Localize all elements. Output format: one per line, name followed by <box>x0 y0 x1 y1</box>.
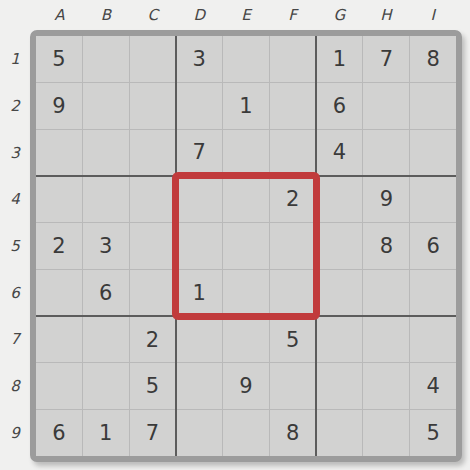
cell-E8[interactable]: 9 <box>223 363 269 409</box>
cell-G5[interactable] <box>317 223 363 269</box>
cell-B1[interactable] <box>83 36 129 82</box>
cell-D7[interactable] <box>176 317 222 363</box>
cell-E5[interactable] <box>223 223 269 269</box>
cell-D4[interactable] <box>176 176 222 222</box>
cell-H4[interactable]: 9 <box>363 176 409 222</box>
cell-H2[interactable] <box>363 83 409 129</box>
cell-A8[interactable] <box>36 363 82 409</box>
cell-G7[interactable] <box>317 317 363 363</box>
cell-H8[interactable] <box>363 363 409 409</box>
cell-C5[interactable] <box>130 223 176 269</box>
row-label-1: 1 <box>0 36 30 83</box>
cell-A5[interactable]: 2 <box>36 223 82 269</box>
sudoku-page: ABCDEFGHI 123456789 53178916742923866125… <box>0 0 470 470</box>
cell-C8[interactable]: 5 <box>130 363 176 409</box>
cell-G8[interactable] <box>317 363 363 409</box>
cell-F5[interactable] <box>270 223 316 269</box>
cell-E1[interactable] <box>223 36 269 82</box>
cell-A4[interactable] <box>36 176 82 222</box>
cell-F2[interactable] <box>270 83 316 129</box>
cell-D6[interactable]: 1 <box>176 270 222 316</box>
cell-G1[interactable]: 1 <box>317 36 363 82</box>
row-label-8: 8 <box>0 363 30 410</box>
cell-E7[interactable] <box>223 317 269 363</box>
col-label-F: F <box>269 0 316 30</box>
cell-I9[interactable]: 5 <box>410 410 456 456</box>
cell-F7[interactable]: 5 <box>270 317 316 363</box>
cell-G9[interactable] <box>317 410 363 456</box>
cell-D3[interactable]: 7 <box>176 130 222 176</box>
cell-B6[interactable]: 6 <box>83 270 129 316</box>
cell-H7[interactable] <box>363 317 409 363</box>
col-label-A: A <box>36 0 83 30</box>
cell-grid: 5317891674292386612559461785 <box>36 36 456 456</box>
cell-F3[interactable] <box>270 130 316 176</box>
cell-I7[interactable] <box>410 317 456 363</box>
row-label-3: 3 <box>0 129 30 176</box>
cell-F6[interactable] <box>270 270 316 316</box>
cell-I4[interactable] <box>410 176 456 222</box>
cell-A2[interactable]: 9 <box>36 83 82 129</box>
row-label-4: 4 <box>0 176 30 223</box>
cell-I5[interactable]: 6 <box>410 223 456 269</box>
cell-H6[interactable] <box>363 270 409 316</box>
cell-B5[interactable]: 3 <box>83 223 129 269</box>
cell-E4[interactable] <box>223 176 269 222</box>
col-label-H: H <box>363 0 410 30</box>
cell-D9[interactable] <box>176 410 222 456</box>
cell-A6[interactable] <box>36 270 82 316</box>
cell-I2[interactable] <box>410 83 456 129</box>
cell-C1[interactable] <box>130 36 176 82</box>
cell-C6[interactable] <box>130 270 176 316</box>
cell-A7[interactable] <box>36 317 82 363</box>
cell-H9[interactable] <box>363 410 409 456</box>
cell-E3[interactable] <box>223 130 269 176</box>
cell-G6[interactable] <box>317 270 363 316</box>
cell-A3[interactable] <box>36 130 82 176</box>
row-label-9: 9 <box>0 409 30 456</box>
cell-G4[interactable] <box>317 176 363 222</box>
cell-I6[interactable] <box>410 270 456 316</box>
cell-I3[interactable] <box>410 130 456 176</box>
column-labels: ABCDEFGHI <box>36 0 456 30</box>
cell-H1[interactable]: 7 <box>363 36 409 82</box>
col-label-D: D <box>176 0 223 30</box>
cell-B8[interactable] <box>83 363 129 409</box>
cell-C3[interactable] <box>130 130 176 176</box>
cell-B2[interactable] <box>83 83 129 129</box>
cell-E2[interactable]: 1 <box>223 83 269 129</box>
cell-A9[interactable]: 6 <box>36 410 82 456</box>
cell-I1[interactable]: 8 <box>410 36 456 82</box>
cell-C2[interactable] <box>130 83 176 129</box>
cell-I8[interactable]: 4 <box>410 363 456 409</box>
cell-D5[interactable] <box>176 223 222 269</box>
col-label-E: E <box>223 0 270 30</box>
cell-B9[interactable]: 1 <box>83 410 129 456</box>
col-label-G: G <box>316 0 363 30</box>
cell-A1[interactable]: 5 <box>36 36 82 82</box>
cell-F1[interactable] <box>270 36 316 82</box>
cell-C4[interactable] <box>130 176 176 222</box>
cell-D8[interactable] <box>176 363 222 409</box>
cell-B4[interactable] <box>83 176 129 222</box>
cell-G2[interactable]: 6 <box>317 83 363 129</box>
col-label-C: C <box>129 0 176 30</box>
cell-F4[interactable]: 2 <box>270 176 316 222</box>
cell-B7[interactable] <box>83 317 129 363</box>
cell-C9[interactable]: 7 <box>130 410 176 456</box>
sudoku-board: 5317891674292386612559461785 <box>30 30 462 462</box>
cell-E9[interactable] <box>223 410 269 456</box>
cell-F9[interactable]: 8 <box>270 410 316 456</box>
cell-D2[interactable] <box>176 83 222 129</box>
cell-B3[interactable] <box>83 130 129 176</box>
cell-F8[interactable] <box>270 363 316 409</box>
cell-C7[interactable]: 2 <box>130 317 176 363</box>
cell-E6[interactable] <box>223 270 269 316</box>
col-label-I: I <box>409 0 456 30</box>
row-labels: 123456789 <box>0 36 30 456</box>
cell-G3[interactable]: 4 <box>317 130 363 176</box>
row-label-7: 7 <box>0 316 30 363</box>
cell-D1[interactable]: 3 <box>176 36 222 82</box>
row-label-6: 6 <box>0 269 30 316</box>
row-label-5: 5 <box>0 223 30 270</box>
cell-H5[interactable]: 8 <box>363 223 409 269</box>
row-label-2: 2 <box>0 83 30 130</box>
cell-H3[interactable] <box>363 130 409 176</box>
col-label-B: B <box>83 0 130 30</box>
